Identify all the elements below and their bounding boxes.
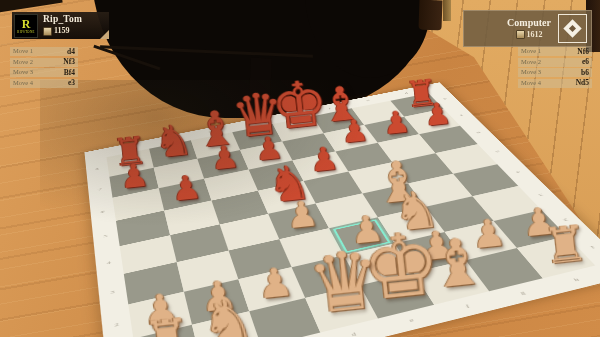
black-pawn[interactable]: ♟ [339, 114, 370, 147]
black-player-panel: Computer 1612 [463, 10, 592, 47]
move-label: Move 2 [521, 59, 541, 66]
square-a1[interactable]: ♜ [133, 325, 201, 337]
move-san: Nd5 [576, 79, 589, 87]
move-san: Nf3 [63, 58, 75, 66]
black-move-row-3: Move 3 b6 [518, 68, 592, 77]
black-move-row-1: Move 1 Nf6 [518, 47, 592, 56]
white-player-name: Rip_Tom [43, 15, 82, 25]
chess-game-screen: 87654321 87654321 abcdefgh abcdefgh The … [0, 0, 600, 337]
elo-rating-icon [43, 27, 52, 36]
white-move-row-2: Move 2 Nf3 [10, 58, 78, 67]
black-pawn[interactable]: ♟ [381, 106, 411, 139]
white-pawn[interactable]: ♟ [284, 195, 320, 234]
white-rook[interactable]: ♜ [540, 219, 589, 273]
white-queen[interactable]: ♛ [304, 239, 385, 327]
square-b1[interactable]: ♞ [192, 311, 261, 337]
elo-rating-icon [516, 30, 525, 39]
move-label: Move 4 [521, 80, 541, 87]
diamond-icon [563, 19, 581, 37]
black-move-row-2: Move 2 e6 [518, 58, 592, 67]
white-move-row-1: Move 1 d4 [10, 47, 78, 56]
white-pawn[interactable]: ♟ [255, 261, 295, 304]
white-player-rating: 1159 [54, 27, 70, 35]
black-pawn[interactable]: ♟ [308, 141, 340, 176]
black-pawn[interactable]: ♟ [169, 170, 202, 206]
black-player-name: Computer [507, 18, 551, 28]
ripstone-logo-text: RIPSTONE [17, 31, 34, 34]
board-perspective-scene: 87654321 87654321 abcdefgh abcdefgh The … [0, 0, 600, 337]
move-label: Move 2 [13, 59, 33, 66]
move-label: Move 4 [13, 80, 33, 87]
chess-board: 87654321 87654321 abcdefgh abcdefgh The … [84, 82, 600, 337]
white-move-row-4: Move 4 e3 [10, 79, 78, 88]
black-player-rating: 1612 [527, 31, 543, 39]
move-label: Move 1 [13, 48, 33, 55]
move-san: d4 [67, 48, 75, 56]
move-label: Move 3 [521, 69, 541, 76]
white-player-panel: R RIPSTONE Rip_Tom 1159 [12, 12, 109, 39]
black-move-row-4: Move 4 Nd5 [518, 79, 592, 88]
move-san: b6 [581, 69, 589, 77]
white-move-row-3: Move 3 Bf4 [10, 68, 78, 77]
move-san: e6 [582, 58, 589, 66]
move-san: Nf6 [577, 48, 589, 56]
white-rook[interactable]: ♜ [140, 311, 193, 337]
board-rotation-wrapper: 87654321 87654321 abcdefgh abcdefgh The … [0, 0, 600, 337]
white-knight[interactable]: ♞ [197, 289, 257, 337]
move-label: Move 1 [521, 48, 541, 55]
black-pawn[interactable]: ♟ [118, 158, 150, 193]
ripstone-logo-letter: R [22, 18, 31, 30]
chess-ultra-diamond-avatar[interactable] [558, 14, 587, 43]
move-label: Move 3 [13, 69, 33, 76]
black-pawn[interactable]: ♟ [209, 140, 240, 174]
move-san: e3 [68, 79, 75, 87]
move-san: Bf4 [64, 69, 75, 77]
ripstone-logo-avatar[interactable]: R RIPSTONE [14, 14, 38, 38]
